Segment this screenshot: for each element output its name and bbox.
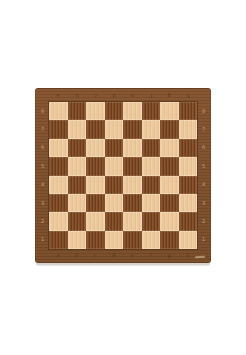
square-g8[interactable] [160,102,179,120]
square-g6[interactable] [160,139,179,157]
square-b5[interactable] [68,157,87,175]
square-e6[interactable] [123,139,142,157]
square-f2[interactable] [142,212,161,230]
square-f4[interactable] [142,176,161,194]
coord-label: g [160,249,179,262]
coord-label: 4 [36,176,49,194]
square-a5[interactable] [49,157,68,175]
coord-label: b [68,249,87,262]
square-e8[interactable] [123,102,142,120]
square-b1[interactable] [68,231,87,249]
square-b6[interactable] [68,139,87,157]
square-c5[interactable] [86,157,105,175]
coord-label: d [105,89,124,102]
coord-label: 5 [197,157,210,175]
square-g4[interactable] [160,176,179,194]
coord-label: e [123,249,142,262]
square-g3[interactable] [160,194,179,212]
coord-label: 3 [197,194,210,212]
coord-label: h [179,89,198,102]
coord-label: 2 [36,212,49,230]
square-h7[interactable] [179,120,198,138]
square-c7[interactable] [86,120,105,138]
square-f8[interactable] [142,102,161,120]
square-c2[interactable] [86,212,105,230]
square-g7[interactable] [160,120,179,138]
square-a6[interactable] [49,139,68,157]
square-e3[interactable] [123,194,142,212]
square-e7[interactable] [123,120,142,138]
coord-label: 8 [36,102,49,120]
square-e2[interactable] [123,212,142,230]
square-e5[interactable] [123,157,142,175]
coord-label: g [160,89,179,102]
chess-board: abcdefgh abcdefgh 87654321 87654321 [35,88,211,265]
square-c8[interactable] [86,102,105,120]
coord-label: f [142,249,161,262]
square-g2[interactable] [160,212,179,230]
square-b3[interactable] [68,194,87,212]
square-a1[interactable] [49,231,68,249]
square-a3[interactable] [49,194,68,212]
coord-label: 6 [197,139,210,157]
coord-ranks-right: 87654321 [197,102,210,249]
square-d3[interactable] [105,194,124,212]
coord-label: 5 [36,157,49,175]
coord-label: 3 [36,194,49,212]
square-h4[interactable] [179,176,198,194]
square-e4[interactable] [123,176,142,194]
coord-files-top: abcdefgh [49,89,197,102]
coord-label: d [105,249,124,262]
board-bottom-edge [36,263,210,265]
coord-label: f [142,89,161,102]
coord-label: 1 [36,231,49,249]
square-c1[interactable] [86,231,105,249]
square-h6[interactable] [179,139,198,157]
coord-label: 4 [197,176,210,194]
square-d4[interactable] [105,176,124,194]
square-b7[interactable] [68,120,87,138]
square-c6[interactable] [86,139,105,157]
coord-files-bottom: abcdefgh [49,249,197,262]
coord-ranks-left: 87654321 [36,102,49,249]
coord-label: 1 [197,231,210,249]
square-c4[interactable] [86,176,105,194]
coord-label: c [86,89,105,102]
square-h1[interactable] [179,231,198,249]
square-d5[interactable] [105,157,124,175]
square-a7[interactable] [49,120,68,138]
square-d1[interactable] [105,231,124,249]
coord-label: a [49,89,68,102]
square-d2[interactable] [105,212,124,230]
square-h5[interactable] [179,157,198,175]
maker-stamp-icon [195,256,205,258]
coord-label: c [86,249,105,262]
board-frame: abcdefgh abcdefgh 87654321 87654321 [35,88,211,263]
square-h3[interactable] [179,194,198,212]
square-b8[interactable] [68,102,87,120]
board-field [49,102,197,249]
square-b4[interactable] [68,176,87,194]
square-d7[interactable] [105,120,124,138]
coord-label: 7 [197,120,210,138]
coord-label: a [49,249,68,262]
square-f5[interactable] [142,157,161,175]
square-f3[interactable] [142,194,161,212]
square-e1[interactable] [123,231,142,249]
coord-label: 2 [197,212,210,230]
coord-label: b [68,89,87,102]
square-a2[interactable] [49,212,68,230]
coord-label: e [123,89,142,102]
square-a4[interactable] [49,176,68,194]
coord-label: 7 [36,120,49,138]
square-d8[interactable] [105,102,124,120]
square-d6[interactable] [105,139,124,157]
square-h2[interactable] [179,212,198,230]
square-g1[interactable] [160,231,179,249]
square-h8[interactable] [179,102,198,120]
coord-label: 8 [197,102,210,120]
page-background: abcdefgh abcdefgh 87654321 87654321 [0,0,246,355]
square-f7[interactable] [142,120,161,138]
square-c3[interactable] [86,194,105,212]
square-f1[interactable] [142,231,161,249]
square-a8[interactable] [49,102,68,120]
square-b2[interactable] [68,212,87,230]
square-f6[interactable] [142,139,161,157]
square-g5[interactable] [160,157,179,175]
coord-label: 6 [36,139,49,157]
